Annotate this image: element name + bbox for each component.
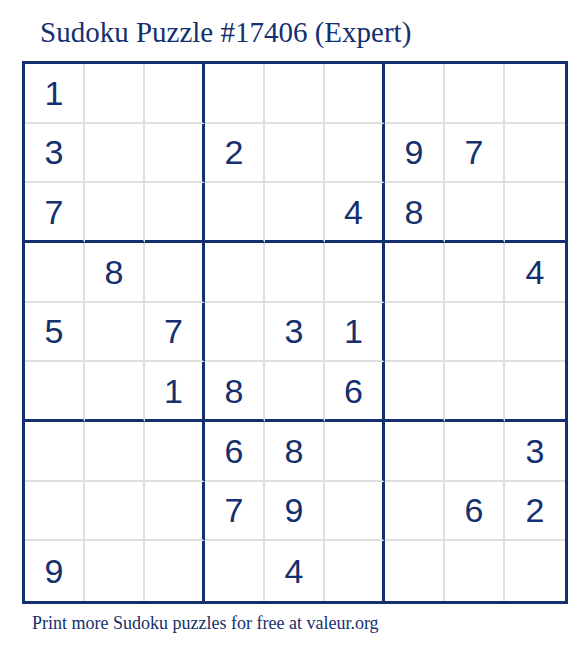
cell-r7c5[interactable]: 8 bbox=[265, 422, 325, 482]
cell-r4c9[interactable]: 4 bbox=[505, 243, 565, 303]
cell-r2c6[interactable] bbox=[325, 124, 385, 184]
cell-r5c5[interactable]: 3 bbox=[265, 303, 325, 363]
cell-r5c1[interactable]: 5 bbox=[25, 303, 85, 363]
cell-r2c8[interactable]: 7 bbox=[445, 124, 505, 184]
cell-r4c2[interactable]: 8 bbox=[85, 243, 145, 303]
cell-r3c2[interactable] bbox=[85, 183, 145, 243]
cell-r4c1[interactable] bbox=[25, 243, 85, 303]
cell-r5c9[interactable] bbox=[505, 303, 565, 363]
cell-r2c5[interactable] bbox=[265, 124, 325, 184]
cell-r7c6[interactable] bbox=[325, 422, 385, 482]
cell-r2c3[interactable] bbox=[145, 124, 205, 184]
cell-r4c7[interactable] bbox=[385, 243, 445, 303]
cell-r8c6[interactable] bbox=[325, 482, 385, 542]
cell-r6c9[interactable] bbox=[505, 362, 565, 422]
cell-r2c7[interactable]: 9 bbox=[385, 124, 445, 184]
cell-r9c3[interactable] bbox=[145, 541, 205, 601]
cell-r5c2[interactable] bbox=[85, 303, 145, 363]
cell-r8c9[interactable]: 2 bbox=[505, 482, 565, 542]
cell-r6c4[interactable]: 8 bbox=[205, 362, 265, 422]
sudoku-page: Sudoku Puzzle #17406 (Expert) 1329774884… bbox=[0, 0, 580, 651]
cell-r8c4[interactable]: 7 bbox=[205, 482, 265, 542]
cell-r9c5[interactable]: 4 bbox=[265, 541, 325, 601]
cell-r1c6[interactable] bbox=[325, 64, 385, 124]
cell-r7c8[interactable] bbox=[445, 422, 505, 482]
cell-r4c4[interactable] bbox=[205, 243, 265, 303]
cell-r9c9[interactable] bbox=[505, 541, 565, 601]
cell-r6c7[interactable] bbox=[385, 362, 445, 422]
cell-r3c4[interactable] bbox=[205, 183, 265, 243]
cell-r3c1[interactable]: 7 bbox=[25, 183, 85, 243]
cell-r3c3[interactable] bbox=[145, 183, 205, 243]
footer-note: Print more Sudoku puzzles for free at va… bbox=[32, 613, 379, 634]
cell-r6c2[interactable] bbox=[85, 362, 145, 422]
cell-r2c1[interactable]: 3 bbox=[25, 124, 85, 184]
cell-r1c9[interactable] bbox=[505, 64, 565, 124]
cell-r9c7[interactable] bbox=[385, 541, 445, 601]
cell-r9c8[interactable] bbox=[445, 541, 505, 601]
cell-r7c7[interactable] bbox=[385, 422, 445, 482]
cell-r6c5[interactable] bbox=[265, 362, 325, 422]
cell-r6c8[interactable] bbox=[445, 362, 505, 422]
cell-r2c2[interactable] bbox=[85, 124, 145, 184]
cell-r7c4[interactable]: 6 bbox=[205, 422, 265, 482]
cell-r9c6[interactable] bbox=[325, 541, 385, 601]
cell-r5c4[interactable] bbox=[205, 303, 265, 363]
cell-r3c9[interactable] bbox=[505, 183, 565, 243]
cell-r5c7[interactable] bbox=[385, 303, 445, 363]
cell-r7c1[interactable] bbox=[25, 422, 85, 482]
cell-r5c6[interactable]: 1 bbox=[325, 303, 385, 363]
cell-r3c5[interactable] bbox=[265, 183, 325, 243]
cell-r9c4[interactable] bbox=[205, 541, 265, 601]
cell-r1c5[interactable] bbox=[265, 64, 325, 124]
cell-r1c1[interactable]: 1 bbox=[25, 64, 85, 124]
cell-r1c3[interactable] bbox=[145, 64, 205, 124]
cell-r2c4[interactable]: 2 bbox=[205, 124, 265, 184]
cell-r5c3[interactable]: 7 bbox=[145, 303, 205, 363]
cell-r4c3[interactable] bbox=[145, 243, 205, 303]
cell-r1c4[interactable] bbox=[205, 64, 265, 124]
cell-r9c1[interactable]: 9 bbox=[25, 541, 85, 601]
cell-r5c8[interactable] bbox=[445, 303, 505, 363]
cell-r8c7[interactable] bbox=[385, 482, 445, 542]
cell-r7c9[interactable]: 3 bbox=[505, 422, 565, 482]
sudoku-board: 13297748845731186683796294 bbox=[22, 61, 568, 604]
cell-r1c8[interactable] bbox=[445, 64, 505, 124]
cell-r3c6[interactable]: 4 bbox=[325, 183, 385, 243]
cell-r1c7[interactable] bbox=[385, 64, 445, 124]
cell-r2c9[interactable] bbox=[505, 124, 565, 184]
cell-r3c7[interactable]: 8 bbox=[385, 183, 445, 243]
cell-r8c3[interactable] bbox=[145, 482, 205, 542]
cell-r7c2[interactable] bbox=[85, 422, 145, 482]
cell-r8c2[interactable] bbox=[85, 482, 145, 542]
cell-r9c2[interactable] bbox=[85, 541, 145, 601]
cell-r3c8[interactable] bbox=[445, 183, 505, 243]
cell-r8c8[interactable]: 6 bbox=[445, 482, 505, 542]
footer-link[interactable]: valeur.org bbox=[306, 613, 378, 633]
footer-text: Print more Sudoku puzzles for free at bbox=[32, 613, 306, 633]
cell-r4c8[interactable] bbox=[445, 243, 505, 303]
cell-r1c2[interactable] bbox=[85, 64, 145, 124]
cell-r6c3[interactable]: 1 bbox=[145, 362, 205, 422]
cell-r6c6[interactable]: 6 bbox=[325, 362, 385, 422]
cell-r8c1[interactable] bbox=[25, 482, 85, 542]
cell-r8c5[interactable]: 9 bbox=[265, 482, 325, 542]
page-title: Sudoku Puzzle #17406 (Expert) bbox=[40, 16, 411, 49]
cell-r6c1[interactable] bbox=[25, 362, 85, 422]
cell-r4c6[interactable] bbox=[325, 243, 385, 303]
cell-r4c5[interactable] bbox=[265, 243, 325, 303]
cell-r7c3[interactable] bbox=[145, 422, 205, 482]
